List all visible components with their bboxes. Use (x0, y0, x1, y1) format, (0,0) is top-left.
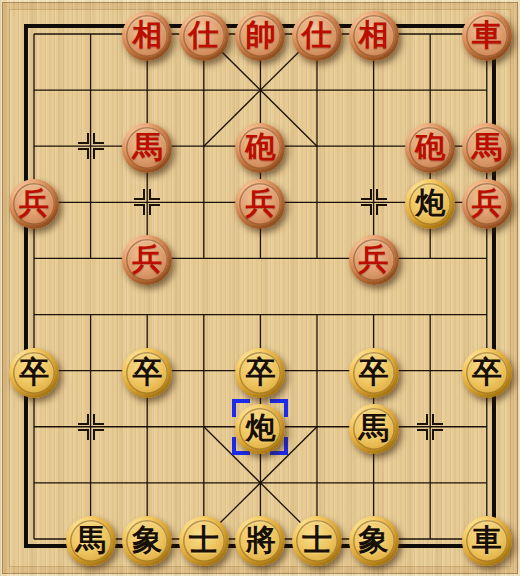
piece-character: 象 (359, 525, 389, 555)
piece-character: 卒 (359, 357, 389, 387)
piece-character: 相 (132, 20, 162, 50)
piece-black-elephant[interactable]: 象 (122, 516, 172, 566)
piece-character: 帥 (245, 20, 275, 50)
piece-black-chariot[interactable]: 車 (462, 516, 512, 566)
piece-character: 車 (472, 20, 502, 50)
piece-character: 相 (359, 20, 389, 50)
piece-character: 士 (189, 525, 219, 555)
piece-character: 將 (245, 525, 275, 555)
piece-character: 兵 (472, 188, 502, 218)
piece-character: 仕 (189, 20, 219, 50)
piece-red-advisor[interactable]: 仕 (292, 11, 342, 61)
xiangqi-board[interactable]: 相仕帥仕相車馬砲砲馬兵兵兵兵兵炮卒卒卒卒卒炮馬馬象士將士象車 (0, 0, 520, 576)
piece-black-soldier[interactable]: 卒 (349, 348, 399, 398)
piece-black-soldier[interactable]: 卒 (122, 348, 172, 398)
piece-character: 兵 (245, 188, 275, 218)
piece-black-horse[interactable]: 馬 (349, 404, 399, 454)
piece-character: 兵 (132, 244, 162, 274)
board-grid-lines (0, 0, 520, 576)
piece-black-advisor[interactable]: 士 (292, 516, 342, 566)
piece-red-elephant[interactable]: 相 (122, 11, 172, 61)
piece-character: 卒 (19, 357, 49, 387)
piece-black-soldier[interactable]: 卒 (462, 348, 512, 398)
piece-character: 車 (472, 525, 502, 555)
piece-character: 卒 (472, 357, 502, 387)
piece-character: 馬 (76, 525, 106, 555)
piece-character: 炮 (415, 188, 445, 218)
piece-character: 兵 (359, 244, 389, 274)
piece-character: 馬 (472, 132, 502, 162)
piece-character: 炮 (245, 413, 275, 443)
piece-red-soldier[interactable]: 兵 (462, 179, 512, 229)
piece-black-cannon[interactable]: 炮 (235, 404, 285, 454)
piece-red-advisor[interactable]: 仕 (179, 11, 229, 61)
piece-character: 馬 (132, 132, 162, 162)
piece-black-soldier[interactable]: 卒 (9, 348, 59, 398)
piece-character: 馬 (359, 413, 389, 443)
piece-black-horse[interactable]: 馬 (66, 516, 116, 566)
piece-red-soldier[interactable]: 兵 (349, 235, 399, 285)
piece-black-elephant[interactable]: 象 (349, 516, 399, 566)
piece-character: 砲 (245, 132, 275, 162)
piece-red-chariot[interactable]: 車 (462, 11, 512, 61)
piece-character: 仕 (302, 20, 332, 50)
piece-character: 卒 (245, 357, 275, 387)
piece-red-elephant[interactable]: 相 (349, 11, 399, 61)
piece-black-soldier[interactable]: 卒 (235, 348, 285, 398)
piece-character: 砲 (415, 132, 445, 162)
piece-red-horse[interactable]: 馬 (462, 123, 512, 173)
piece-character: 象 (132, 525, 162, 555)
piece-red-soldier[interactable]: 兵 (9, 179, 59, 229)
piece-character: 士 (302, 525, 332, 555)
piece-character: 卒 (132, 357, 162, 387)
piece-black-advisor[interactable]: 士 (179, 516, 229, 566)
piece-character: 兵 (19, 188, 49, 218)
